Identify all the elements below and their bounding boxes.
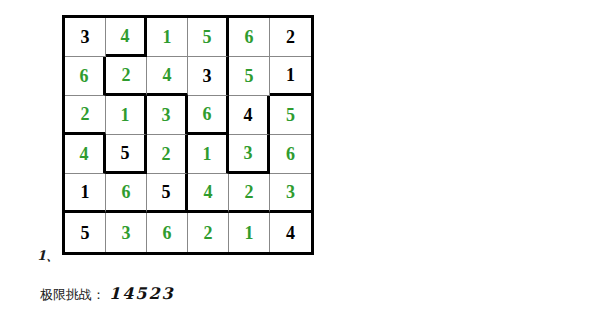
cell-r1c4: 5 [188, 18, 229, 57]
cell-r4c5: 3 [229, 135, 270, 174]
cell-r2c4: 3 [188, 57, 229, 96]
cell-r4c3: 2 [147, 135, 188, 174]
cell-r5c5: 2 [229, 174, 270, 213]
cell-r2c5: 5 [229, 57, 270, 96]
cell-r1c6: 2 [270, 18, 311, 57]
cell-r1c5: 6 [229, 18, 270, 57]
cell-r5c3: 5 [147, 174, 188, 213]
caption: 极限挑战：14523 [40, 284, 175, 304]
cell-r4c6: 6 [270, 135, 311, 174]
cell-r6c2: 3 [106, 213, 147, 252]
cell-r2c3: 4 [147, 57, 188, 96]
cell-r3c6: 5 [270, 96, 311, 135]
cell-r6c4: 2 [188, 213, 229, 252]
cell-r2c1: 6 [65, 57, 106, 96]
cell-r6c5: 1 [229, 213, 270, 252]
caption-title: 极限挑战： [40, 287, 105, 302]
jigsaw-sudoku-board: 341562624351213645452136165423536214 [62, 15, 314, 255]
cell-r2c6: 1 [270, 57, 311, 96]
cell-r1c3: 1 [147, 18, 188, 57]
cell-r4c1: 4 [65, 135, 106, 174]
cell-r5c6: 3 [270, 174, 311, 213]
page: 341562624351213645452136165423536214 1、 … [0, 0, 606, 315]
cell-r3c1: 2 [65, 96, 106, 135]
cell-r6c3: 6 [147, 213, 188, 252]
cell-r5c2: 6 [106, 174, 147, 213]
cell-r4c4: 1 [188, 135, 229, 174]
cell-r1c1: 3 [65, 18, 106, 57]
cell-r5c1: 1 [65, 174, 106, 213]
cell-r6c6: 4 [270, 213, 311, 252]
cell-r4c2: 5 [106, 135, 147, 174]
cell-r3c3: 3 [147, 96, 188, 135]
cell-r6c1: 5 [65, 213, 106, 252]
cell-r3c4: 6 [188, 96, 229, 135]
caption-answer: 14523 [109, 284, 175, 303]
cell-r5c4: 4 [188, 174, 229, 213]
cell-r2c2: 2 [106, 57, 147, 96]
cell-r3c5: 4 [229, 96, 270, 135]
cell-r1c2: 4 [106, 18, 147, 57]
cell-r3c2: 1 [106, 96, 147, 135]
puzzle-number-label: 1、 [37, 247, 59, 265]
